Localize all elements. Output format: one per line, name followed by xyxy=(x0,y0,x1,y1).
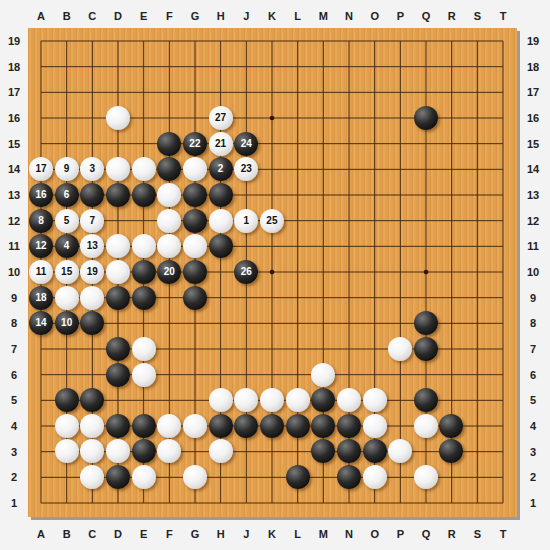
black-stone-G9 xyxy=(183,286,207,310)
black-stone-D9 xyxy=(106,286,130,310)
col-label-top-S: S xyxy=(474,10,481,22)
white-stone-G2 xyxy=(183,465,207,489)
row-label-right-10: 10 xyxy=(527,266,539,278)
point-A12: 8 xyxy=(28,208,54,234)
point-B3 xyxy=(54,439,80,465)
col-label-top-O: O xyxy=(370,10,379,22)
white-stone-F11 xyxy=(157,234,181,258)
point-G4 xyxy=(182,413,208,439)
white-stone-D10 xyxy=(106,260,130,284)
point-E10 xyxy=(131,259,157,285)
black-stone-L4 xyxy=(286,414,310,438)
point-C4 xyxy=(79,413,105,439)
point-E3 xyxy=(131,439,157,465)
point-Q4 xyxy=(413,413,439,439)
point-D16 xyxy=(105,105,131,131)
row-label-right-3: 3 xyxy=(530,446,536,458)
white-stone-E14 xyxy=(132,157,156,181)
point-R4 xyxy=(439,413,465,439)
black-stone-R4 xyxy=(439,414,463,438)
col-label-top-R: R xyxy=(448,10,456,22)
point-L2 xyxy=(285,464,311,490)
point-J4 xyxy=(233,413,259,439)
white-stone-D11 xyxy=(106,234,130,258)
col-label-bottom-H: H xyxy=(217,528,225,540)
black-stone-M4 xyxy=(311,414,335,438)
point-D14 xyxy=(105,156,131,182)
black-stone-N2 xyxy=(337,465,361,489)
point-G11 xyxy=(182,233,208,259)
row-label-left-12: 12 xyxy=(8,215,20,227)
black-stone-B5 xyxy=(55,388,79,412)
black-stone-F14 xyxy=(157,157,181,181)
col-label-bottom-K: K xyxy=(268,528,276,540)
white-stone-K5 xyxy=(260,388,284,412)
point-A11: 12 xyxy=(28,233,54,259)
point-B11: 4 xyxy=(54,233,80,259)
move-number: 10 xyxy=(61,318,72,328)
point-B14: 9 xyxy=(54,156,80,182)
point-O2 xyxy=(362,464,388,490)
black-stone-D13 xyxy=(106,183,130,207)
black-stone-N3 xyxy=(337,439,361,463)
row-label-left-13: 13 xyxy=(8,189,20,201)
col-label-top-K: K xyxy=(268,10,276,22)
black-stone-A12: 8 xyxy=(29,209,53,233)
point-D9 xyxy=(105,285,131,311)
white-stone-F3 xyxy=(157,439,181,463)
white-stone-G14 xyxy=(183,157,207,181)
black-stone-N4 xyxy=(337,414,361,438)
point-E9 xyxy=(131,285,157,311)
stones-layer: 2722212417932231668571251241311151920261… xyxy=(28,28,515,515)
move-number: 7 xyxy=(90,216,96,226)
col-label-bottom-E: E xyxy=(140,528,147,540)
move-number: 6 xyxy=(64,190,70,200)
black-stone-E13 xyxy=(132,183,156,207)
move-number: 4 xyxy=(64,241,70,251)
point-K5 xyxy=(259,387,285,413)
col-label-top-C: C xyxy=(88,10,96,22)
white-stone-O2 xyxy=(363,465,387,489)
black-stone-J15: 24 xyxy=(234,132,258,156)
black-stone-A13: 16 xyxy=(29,183,53,207)
row-label-right-7: 7 xyxy=(530,343,536,355)
row-label-left-9: 9 xyxy=(11,292,17,304)
black-stone-H13 xyxy=(209,183,233,207)
row-label-left-5: 5 xyxy=(11,394,17,406)
point-C2 xyxy=(79,464,105,490)
white-stone-C10: 19 xyxy=(80,260,104,284)
row-label-left-6: 6 xyxy=(11,369,17,381)
point-Q2 xyxy=(413,464,439,490)
point-F11 xyxy=(156,233,182,259)
black-stone-O3 xyxy=(363,439,387,463)
row-label-right-19: 19 xyxy=(527,35,539,47)
point-H15: 21 xyxy=(208,131,234,157)
white-stone-E6 xyxy=(132,363,156,387)
point-G2 xyxy=(182,464,208,490)
white-stone-C9 xyxy=(80,286,104,310)
point-G15: 22 xyxy=(182,131,208,157)
point-M5 xyxy=(310,387,336,413)
black-stone-D7 xyxy=(106,337,130,361)
col-label-top-P: P xyxy=(397,10,404,22)
point-C5 xyxy=(79,387,105,413)
row-label-right-9: 9 xyxy=(530,292,536,304)
point-B13: 6 xyxy=(54,182,80,208)
point-A14: 17 xyxy=(28,156,54,182)
move-number: 26 xyxy=(241,267,252,277)
point-B8: 10 xyxy=(54,310,80,336)
point-H12 xyxy=(208,208,234,234)
white-stone-G11 xyxy=(183,234,207,258)
point-E2 xyxy=(131,464,157,490)
point-F14 xyxy=(156,156,182,182)
point-F10: 20 xyxy=(156,259,182,285)
point-C11: 13 xyxy=(79,233,105,259)
point-G13 xyxy=(182,182,208,208)
point-H16: 27 xyxy=(208,105,234,131)
col-label-bottom-G: G xyxy=(191,528,200,540)
black-stone-A11: 12 xyxy=(29,234,53,258)
row-label-right-16: 16 xyxy=(527,112,539,124)
white-stone-Q2 xyxy=(414,465,438,489)
black-stone-B8: 10 xyxy=(55,311,79,335)
black-stone-D2 xyxy=(106,465,130,489)
col-label-bottom-T: T xyxy=(500,528,507,540)
point-C14: 3 xyxy=(79,156,105,182)
row-label-left-2: 2 xyxy=(11,471,17,483)
white-stone-B3 xyxy=(55,439,79,463)
col-label-top-Q: Q xyxy=(422,10,431,22)
col-label-top-D: D xyxy=(114,10,122,22)
point-O4 xyxy=(362,413,388,439)
row-label-right-4: 4 xyxy=(530,420,536,432)
point-H3 xyxy=(208,439,234,465)
point-O3 xyxy=(362,439,388,465)
white-stone-J5 xyxy=(234,388,258,412)
white-stone-H3 xyxy=(209,439,233,463)
row-label-left-17: 17 xyxy=(8,86,20,98)
col-label-top-A: A xyxy=(37,10,45,22)
black-stone-B11: 4 xyxy=(55,234,79,258)
black-stone-J10: 26 xyxy=(234,260,258,284)
black-stone-G13 xyxy=(183,183,207,207)
col-label-bottom-O: O xyxy=(370,528,379,540)
move-number: 5 xyxy=(64,216,70,226)
point-C10: 19 xyxy=(79,259,105,285)
col-label-top-N: N xyxy=(345,10,353,22)
black-stone-L2 xyxy=(286,465,310,489)
white-stone-L5 xyxy=(286,388,310,412)
point-K4 xyxy=(259,413,285,439)
point-G9 xyxy=(182,285,208,311)
white-stone-O4 xyxy=(363,414,387,438)
col-label-bottom-R: R xyxy=(448,528,456,540)
row-label-right-6: 6 xyxy=(530,369,536,381)
move-number: 19 xyxy=(87,267,98,277)
white-stone-B12: 5 xyxy=(55,209,79,233)
point-N2 xyxy=(336,464,362,490)
white-stone-K12: 25 xyxy=(260,209,284,233)
black-stone-K4 xyxy=(260,414,284,438)
black-stone-C8 xyxy=(80,311,104,335)
row-label-left-3: 3 xyxy=(11,446,17,458)
point-D2 xyxy=(105,464,131,490)
white-stone-C3 xyxy=(80,439,104,463)
point-E11 xyxy=(131,233,157,259)
black-stone-E4 xyxy=(132,414,156,438)
white-stone-B4 xyxy=(55,414,79,438)
go-board: 2722212417932231668571251241311151920261… xyxy=(28,28,517,517)
row-label-right-18: 18 xyxy=(527,61,539,73)
point-H5 xyxy=(208,387,234,413)
white-stone-D16 xyxy=(106,106,130,130)
white-stone-C11: 13 xyxy=(80,234,104,258)
point-O5 xyxy=(362,387,388,413)
move-number: 1 xyxy=(243,216,249,226)
point-C9 xyxy=(79,285,105,311)
white-stone-A10: 11 xyxy=(29,260,53,284)
point-A8: 14 xyxy=(28,310,54,336)
black-stone-E3 xyxy=(132,439,156,463)
white-stone-J12: 1 xyxy=(234,209,258,233)
point-L4 xyxy=(285,413,311,439)
row-label-left-18: 18 xyxy=(8,61,20,73)
point-B12: 5 xyxy=(54,208,80,234)
move-number: 22 xyxy=(189,139,200,149)
row-label-right-12: 12 xyxy=(527,215,539,227)
black-stone-G12 xyxy=(183,209,207,233)
point-B5 xyxy=(54,387,80,413)
move-number: 9 xyxy=(64,164,70,174)
row-label-right-8: 8 xyxy=(530,317,536,329)
black-stone-R3 xyxy=(439,439,463,463)
point-Q8 xyxy=(413,310,439,336)
col-label-bottom-P: P xyxy=(397,528,404,540)
point-B9 xyxy=(54,285,80,311)
point-D6 xyxy=(105,362,131,388)
white-stone-F13 xyxy=(157,183,181,207)
white-stone-B10: 15 xyxy=(55,260,79,284)
black-stone-Q7 xyxy=(414,337,438,361)
row-label-right-17: 17 xyxy=(527,86,539,98)
white-stone-B9 xyxy=(55,286,79,310)
move-number: 20 xyxy=(164,267,175,277)
col-label-bottom-M: M xyxy=(319,528,328,540)
black-stone-Q5 xyxy=(414,388,438,412)
col-label-bottom-Q: Q xyxy=(422,528,431,540)
point-R3 xyxy=(439,439,465,465)
row-label-left-16: 16 xyxy=(8,112,20,124)
move-number: 2 xyxy=(218,164,224,174)
col-label-top-M: M xyxy=(319,10,328,22)
white-stone-E7 xyxy=(132,337,156,361)
point-A9: 18 xyxy=(28,285,54,311)
row-label-left-15: 15 xyxy=(8,138,20,150)
black-stone-B13: 6 xyxy=(55,183,79,207)
point-N5 xyxy=(336,387,362,413)
move-number: 17 xyxy=(35,164,46,174)
point-E6 xyxy=(131,362,157,388)
col-label-bottom-C: C xyxy=(88,528,96,540)
point-G12 xyxy=(182,208,208,234)
row-label-left-7: 7 xyxy=(11,343,17,355)
col-label-top-T: T xyxy=(500,10,507,22)
col-label-top-G: G xyxy=(191,10,200,22)
point-E13 xyxy=(131,182,157,208)
point-B4 xyxy=(54,413,80,439)
row-label-left-4: 4 xyxy=(11,420,17,432)
col-label-top-L: L xyxy=(294,10,301,22)
col-label-top-H: H xyxy=(217,10,225,22)
black-stone-C13 xyxy=(80,183,104,207)
row-label-left-11: 11 xyxy=(8,240,20,252)
point-D10 xyxy=(105,259,131,285)
move-number: 14 xyxy=(35,318,46,328)
move-number: 13 xyxy=(87,241,98,251)
move-number: 18 xyxy=(35,293,46,303)
point-Q7 xyxy=(413,336,439,362)
point-F3 xyxy=(156,439,182,465)
white-stone-Q4 xyxy=(414,414,438,438)
col-label-bottom-A: A xyxy=(37,528,45,540)
black-stone-G10 xyxy=(183,260,207,284)
point-M6 xyxy=(310,362,336,388)
white-stone-D14 xyxy=(106,157,130,181)
white-stone-H16: 27 xyxy=(209,106,233,130)
point-D7 xyxy=(105,336,131,362)
point-F15 xyxy=(156,131,182,157)
white-stone-P7 xyxy=(388,337,412,361)
black-stone-Q8 xyxy=(414,311,438,335)
point-F13 xyxy=(156,182,182,208)
move-number: 21 xyxy=(215,139,226,149)
black-stone-D6 xyxy=(106,363,130,387)
go-diagram: ABCDEFGHJKLMNOPQRST ABCDEFGHJKLMNOPQRST … xyxy=(0,0,550,550)
point-H11 xyxy=(208,233,234,259)
point-A13: 16 xyxy=(28,182,54,208)
black-stone-G15: 22 xyxy=(183,132,207,156)
black-stone-Q16 xyxy=(414,106,438,130)
black-stone-C5 xyxy=(80,388,104,412)
black-stone-D4 xyxy=(106,414,130,438)
point-E7 xyxy=(131,336,157,362)
point-E14 xyxy=(131,156,157,182)
row-label-right-14: 14 xyxy=(527,163,539,175)
white-stone-H5 xyxy=(209,388,233,412)
row-label-right-15: 15 xyxy=(527,138,539,150)
black-stone-H4 xyxy=(209,414,233,438)
row-label-left-8: 8 xyxy=(11,317,17,329)
row-label-right-1: 1 xyxy=(530,497,536,509)
point-N4 xyxy=(336,413,362,439)
move-number: 24 xyxy=(241,139,252,149)
white-stone-F4 xyxy=(157,414,181,438)
move-number: 16 xyxy=(35,190,46,200)
col-label-top-B: B xyxy=(63,10,71,22)
move-number: 25 xyxy=(266,216,277,226)
col-label-bottom-L: L xyxy=(294,528,301,540)
white-stone-F12 xyxy=(157,209,181,233)
white-stone-C14: 3 xyxy=(80,157,104,181)
point-G14 xyxy=(182,156,208,182)
point-J14: 23 xyxy=(233,156,259,182)
col-label-bottom-D: D xyxy=(114,528,122,540)
point-F12 xyxy=(156,208,182,234)
point-M4 xyxy=(310,413,336,439)
white-stone-H15: 21 xyxy=(209,132,233,156)
move-number: 27 xyxy=(215,113,226,123)
white-stone-C12: 7 xyxy=(80,209,104,233)
point-N3 xyxy=(336,439,362,465)
point-M3 xyxy=(310,439,336,465)
point-H14: 2 xyxy=(208,156,234,182)
point-H4 xyxy=(208,413,234,439)
point-G10 xyxy=(182,259,208,285)
point-J10: 26 xyxy=(233,259,259,285)
col-label-bottom-S: S xyxy=(474,528,481,540)
point-Q16 xyxy=(413,105,439,131)
black-stone-M3 xyxy=(311,439,335,463)
move-number: 8 xyxy=(38,216,44,226)
white-stone-M6 xyxy=(311,363,335,387)
col-label-bottom-F: F xyxy=(166,528,173,540)
white-stone-J14: 23 xyxy=(234,157,258,181)
white-stone-E11 xyxy=(132,234,156,258)
row-label-right-5: 5 xyxy=(530,394,536,406)
white-stone-O5 xyxy=(363,388,387,412)
move-number: 3 xyxy=(90,164,96,174)
point-L5 xyxy=(285,387,311,413)
white-stone-A14: 17 xyxy=(29,157,53,181)
move-number: 15 xyxy=(61,267,72,277)
row-label-right-13: 13 xyxy=(527,189,539,201)
move-number: 12 xyxy=(35,241,46,251)
row-label-left-19: 19 xyxy=(8,35,20,47)
col-label-top-F: F xyxy=(166,10,173,22)
col-label-bottom-B: B xyxy=(63,528,71,540)
row-label-right-2: 2 xyxy=(530,471,536,483)
point-D3 xyxy=(105,439,131,465)
col-label-top-J: J xyxy=(243,10,249,22)
black-stone-F15 xyxy=(157,132,181,156)
row-label-left-14: 14 xyxy=(8,163,20,175)
white-stone-H12 xyxy=(209,209,233,233)
move-number: 23 xyxy=(241,164,252,174)
point-C3 xyxy=(79,439,105,465)
white-stone-B14: 9 xyxy=(55,157,79,181)
white-stone-G4 xyxy=(183,414,207,438)
point-C13 xyxy=(79,182,105,208)
point-F4 xyxy=(156,413,182,439)
white-stone-C2 xyxy=(80,465,104,489)
point-J12: 1 xyxy=(233,208,259,234)
black-stone-H11 xyxy=(209,234,233,258)
black-stone-A8: 14 xyxy=(29,311,53,335)
point-K12: 25 xyxy=(259,208,285,234)
point-P7 xyxy=(387,336,413,362)
point-P3 xyxy=(387,439,413,465)
point-J15: 24 xyxy=(233,131,259,157)
point-J5 xyxy=(233,387,259,413)
black-stone-A9: 18 xyxy=(29,286,53,310)
row-label-left-1: 1 xyxy=(11,497,17,509)
white-stone-C4 xyxy=(80,414,104,438)
white-stone-P3 xyxy=(388,439,412,463)
point-C12: 7 xyxy=(79,208,105,234)
